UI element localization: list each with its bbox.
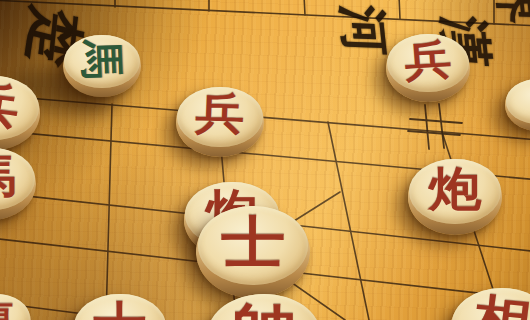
xiangqi-board-photo: 馬兵兵兵馬炮炮士帥士相車 楚河漢界 (0, 0, 530, 320)
red-elephant[interactable]: 相 (450, 288, 530, 320)
red-general[interactable]: 帥 (206, 294, 322, 320)
piece-character: 馬 (79, 25, 126, 93)
piece-character: 士 (198, 214, 309, 270)
piece-face (506, 79, 530, 124)
piece-face: 士 (74, 294, 165, 320)
piece-face: 兵 (0, 76, 39, 140)
red-soldier-a[interactable]: 兵 (386, 34, 470, 102)
piece-character: 炮 (409, 165, 500, 212)
piece-face: 帥 (208, 294, 321, 320)
piece-face: 兵 (177, 87, 262, 147)
black-horse[interactable]: 馬 (63, 35, 141, 97)
piece-face: 馬 (0, 148, 35, 210)
piece-face: 炮 (409, 159, 500, 224)
piece-face: 相 (452, 288, 530, 320)
red-horse-a[interactable]: 馬 (0, 148, 36, 220)
piece-character: 兵 (0, 77, 42, 133)
red-advisor-b[interactable]: 士 (73, 294, 167, 320)
soldier-point-marker (408, 104, 462, 149)
piece-character: 兵 (386, 37, 471, 83)
red-soldier-b[interactable]: 兵 (176, 87, 264, 157)
piece-face: 士 (198, 206, 309, 285)
red-cannon-a[interactable]: 炮 (408, 159, 502, 235)
piece-face: 車 (0, 294, 30, 320)
piece-character: 帥 (208, 301, 321, 320)
red-advisor-a[interactable]: 士 (196, 206, 310, 298)
piece-face: 馬 (64, 35, 140, 88)
river-ink-河: 河 (336, 4, 392, 55)
piece-character: 士 (74, 300, 165, 320)
piece-character: 相 (449, 291, 530, 320)
piece-character: 車 (0, 299, 30, 320)
piece-character: 馬 (0, 154, 35, 198)
piece-face: 兵 (387, 34, 469, 92)
red-chariot[interactable]: 車 (0, 294, 31, 320)
red-soldier-c[interactable]: 兵 (0, 76, 40, 150)
river-ink-界: 界 (492, 0, 530, 26)
piece-character: 兵 (176, 91, 263, 137)
edge-piece-blank[interactable] (505, 79, 530, 131)
